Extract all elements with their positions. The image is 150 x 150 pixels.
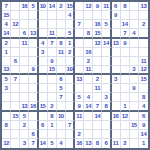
cell-r15c5[interactable] [39, 130, 48, 139]
cell-r16c2[interactable] [11, 139, 20, 148]
cell-r1c1[interactable]: 7 [2, 2, 11, 11]
cell-r3c1[interactable]: 4 [2, 20, 11, 29]
cell-r4c15[interactable]: 4 [130, 29, 139, 38]
cell-r4c16[interactable] [139, 29, 148, 38]
cell-r10c9[interactable] [75, 84, 84, 93]
cell-r14c3[interactable]: 2 [20, 121, 29, 130]
cell-r13c4[interactable] [29, 112, 38, 121]
cell-r11c10[interactable]: 4 [84, 93, 93, 102]
cell-r6c9[interactable] [75, 48, 84, 57]
cell-r3c7[interactable] [57, 20, 66, 29]
cell-r16c7[interactable]: 4 [57, 139, 66, 148]
cell-r13c5[interactable] [39, 112, 48, 121]
cell-r11c9[interactable]: 5 [75, 93, 84, 102]
cell-r5c5[interactable]: 4 [39, 39, 48, 48]
cell-r16c16[interactable]: 1 [139, 139, 148, 148]
cell-r1c12[interactable]: 11 [102, 2, 111, 11]
cell-r5c14[interactable]: 9 [121, 39, 130, 48]
cell-r14c7[interactable] [57, 121, 66, 130]
cell-r12c6[interactable]: 2 [48, 102, 57, 111]
cell-r8c6[interactable]: 15 [48, 66, 57, 75]
cell-r9c6[interactable] [48, 75, 57, 84]
cell-r1c5[interactable]: 10 [39, 2, 48, 11]
cell-r2c12[interactable] [102, 11, 111, 20]
cell-r15c15[interactable] [130, 130, 139, 139]
cell-r16c15[interactable] [130, 139, 139, 148]
cell-r16c3[interactable]: 3 [20, 139, 29, 148]
cell-r4c9[interactable] [75, 29, 84, 38]
cell-r10c16[interactable] [139, 84, 148, 93]
cell-r10c13[interactable] [112, 84, 121, 93]
cell-r7c2[interactable]: 6 [11, 57, 20, 66]
cell-r12c7[interactable] [57, 102, 66, 111]
cell-r2c14[interactable] [121, 11, 130, 20]
cell-r3c16[interactable]: 2 [139, 20, 148, 29]
cell-r3c5[interactable] [39, 20, 48, 29]
cell-r10c8[interactable] [66, 84, 75, 93]
cell-r7c4[interactable] [29, 57, 38, 66]
cell-r5c1[interactable]: 2 [2, 39, 11, 48]
cell-r6c12[interactable] [102, 48, 111, 57]
cell-r11c13[interactable] [112, 93, 121, 102]
cell-r3c2[interactable]: 12 [11, 20, 20, 29]
cell-r5c12[interactable]: 14 [102, 39, 111, 48]
cell-r15c9[interactable]: 2 [75, 130, 84, 139]
cell-r4c7[interactable] [57, 29, 66, 38]
cell-r1c14[interactable]: 8 [121, 2, 130, 11]
cell-r15c12[interactable] [102, 130, 111, 139]
cell-r2c6[interactable] [48, 11, 57, 20]
cell-r4c13[interactable] [112, 29, 121, 38]
cell-r1c4[interactable]: 5 [29, 2, 38, 11]
cell-r7c14[interactable] [121, 57, 130, 66]
cell-r16c10[interactable]: 13 [84, 139, 93, 148]
cell-r4c1[interactable]: 14 [2, 29, 11, 38]
cell-r10c11[interactable]: 11 [93, 84, 102, 93]
cell-r12c8[interactable] [66, 102, 75, 111]
cell-r9c9[interactable]: 13 [75, 75, 84, 84]
cell-r12c13[interactable] [112, 102, 121, 111]
cell-r1c2[interactable] [11, 2, 20, 11]
cell-r8c2[interactable] [11, 66, 20, 75]
cell-r4c4[interactable]: 13 [29, 29, 38, 38]
cell-r16c1[interactable]: 12 [2, 139, 11, 148]
cell-r16c4[interactable]: 7 [29, 139, 38, 148]
cell-r11c15[interactable] [130, 93, 139, 102]
cell-r1c3[interactable]: 16 [20, 2, 29, 11]
cell-r9c8[interactable] [66, 75, 75, 84]
cell-r11c14[interactable] [121, 93, 130, 102]
cell-r14c15[interactable]: 15 [130, 121, 139, 130]
cell-r15c2[interactable] [11, 130, 20, 139]
cell-r11c2[interactable] [11, 93, 20, 102]
cell-r4c10[interactable]: 8 [84, 29, 93, 38]
cell-r11c5[interactable] [39, 93, 48, 102]
cell-r2c15[interactable] [130, 11, 139, 20]
cell-r9c10[interactable] [84, 75, 93, 84]
cell-r4c8[interactable]: 5 [66, 29, 75, 38]
cell-r4c5[interactable] [39, 29, 48, 38]
cell-r8c12[interactable] [102, 66, 111, 75]
cell-r2c11[interactable] [93, 11, 102, 20]
cell-r14c10[interactable] [84, 121, 93, 130]
cell-r3c14[interactable]: 14 [121, 20, 130, 29]
cell-r15c7[interactable] [57, 130, 66, 139]
cell-r7c15[interactable] [130, 57, 139, 66]
cell-r13c14[interactable]: 12 [121, 112, 130, 121]
cell-r9c1[interactable]: 5 [2, 75, 11, 84]
cell-r14c1[interactable]: 8 [2, 121, 11, 130]
cell-r2c2[interactable] [11, 11, 20, 20]
cell-r13c6[interactable]: 8 [48, 112, 57, 121]
cell-r3c15[interactable] [130, 20, 139, 29]
cell-r16c11[interactable]: 8 [93, 139, 102, 148]
cell-r16c5[interactable]: 14 [39, 139, 48, 148]
cell-r6c11[interactable] [93, 48, 102, 57]
cell-r6c16[interactable] [139, 48, 148, 57]
cell-r12c15[interactable] [130, 102, 139, 111]
cell-r13c15[interactable] [130, 112, 139, 121]
cell-r3c11[interactable]: 16 [93, 20, 102, 29]
cell-r12c16[interactable]: 4 [139, 102, 148, 111]
cell-r12c5[interactable]: 15 [39, 102, 48, 111]
cell-r2c1[interactable]: 15 [2, 11, 11, 20]
cell-r12c1[interactable] [2, 102, 11, 111]
cell-r11c3[interactable] [20, 93, 29, 102]
cell-r12c4[interactable]: 16 [29, 102, 38, 111]
cell-r12c10[interactable]: 14 [84, 102, 93, 111]
cell-r2c3[interactable] [20, 11, 29, 20]
cell-r16c8[interactable] [66, 139, 75, 148]
cell-r2c16[interactable] [139, 11, 148, 20]
cell-r5c6[interactable]: 7 [48, 39, 57, 48]
cell-r1c11[interactable]: 9 [93, 2, 102, 11]
cell-r5c16[interactable] [139, 39, 148, 48]
cell-r13c7[interactable]: 10 [57, 112, 66, 121]
cell-r12c11[interactable]: 7 [93, 102, 102, 111]
cell-r7c8[interactable] [66, 57, 75, 66]
cell-r9c14[interactable] [121, 75, 130, 84]
cell-r14c16[interactable]: 9 [139, 121, 148, 130]
cell-r2c9[interactable] [75, 11, 84, 20]
cell-r11c4[interactable] [29, 93, 38, 102]
cell-r6c14[interactable] [121, 48, 130, 57]
cell-r5c8[interactable]: 1 [66, 39, 75, 48]
cell-r11c1[interactable] [2, 93, 11, 102]
cell-r14c11[interactable] [93, 121, 102, 130]
cell-r16c13[interactable]: 11 [112, 139, 121, 148]
cell-r7c7[interactable] [57, 57, 66, 66]
cell-r6c2[interactable] [11, 48, 20, 57]
cell-r2c7[interactable] [57, 11, 66, 20]
cell-r8c11[interactable] [93, 66, 102, 75]
cell-r13c16[interactable]: 6 [139, 112, 148, 121]
cell-r13c13[interactable]: 16 [112, 112, 121, 121]
cell-r8c9[interactable] [75, 66, 84, 75]
cell-r1c10[interactable]: 12 [84, 2, 93, 11]
cell-r8c4[interactable]: 9 [29, 66, 38, 75]
cell-r8c16[interactable]: 12 [139, 66, 148, 75]
cell-r15c3[interactable] [20, 130, 29, 139]
cell-r9c15[interactable] [130, 75, 139, 84]
cell-r6c6[interactable] [48, 48, 57, 57]
cell-r14c9[interactable] [75, 121, 84, 130]
cell-r5c11[interactable]: 12 [93, 39, 102, 48]
cell-r7c12[interactable] [102, 57, 111, 66]
cell-r8c13[interactable] [112, 66, 121, 75]
cell-r11c7[interactable]: 7 [57, 93, 66, 102]
cell-r5c15[interactable] [130, 39, 139, 48]
cell-r3c13[interactable] [112, 20, 121, 29]
cell-r9c5[interactable] [39, 75, 48, 84]
cell-r13c1[interactable] [2, 112, 11, 121]
cell-r4c3[interactable]: 6 [20, 29, 29, 38]
cell-r14c12[interactable] [102, 121, 111, 130]
cell-r7c11[interactable] [93, 57, 102, 66]
cell-r10c14[interactable] [121, 84, 130, 93]
cell-r6c10[interactable]: 16 [84, 48, 93, 57]
cell-r1c7[interactable]: 2 [57, 2, 66, 11]
cell-r6c8[interactable]: 2 [66, 48, 75, 57]
cell-r9c3[interactable] [20, 75, 29, 84]
cell-r14c6[interactable]: 1 [48, 121, 57, 130]
cell-r5c4[interactable] [29, 39, 38, 48]
cell-r10c15[interactable]: 9 [130, 84, 139, 93]
cell-r3c4[interactable] [29, 20, 38, 29]
cell-r4c14[interactable]: 7 [121, 29, 130, 38]
cell-r3c10[interactable] [84, 20, 93, 29]
cell-r15c14[interactable] [121, 130, 130, 139]
cell-r7c16[interactable]: 11 [139, 57, 148, 66]
cell-r10c6[interactable] [48, 84, 57, 93]
cell-r7c1[interactable] [2, 57, 11, 66]
cell-r12c9[interactable]: 9 [75, 102, 84, 111]
cell-r8c1[interactable]: 13 [2, 66, 11, 75]
cell-r13c12[interactable] [102, 112, 111, 121]
cell-r8c3[interactable] [20, 66, 29, 75]
cell-r1c16[interactable]: 13 [139, 2, 148, 11]
cell-r14c4[interactable] [29, 121, 38, 130]
cell-r10c10[interactable] [84, 84, 93, 93]
cell-r1c9[interactable] [75, 2, 84, 11]
cell-r5c7[interactable]: 8 [57, 39, 66, 48]
cell-r15c11[interactable] [93, 130, 102, 139]
cell-r16c12[interactable]: 6 [102, 139, 111, 148]
cell-r11c16[interactable]: 8 [139, 93, 148, 102]
cell-r14c13[interactable] [112, 121, 121, 130]
cell-r9c13[interactable]: 3 [112, 75, 121, 84]
cell-r8c14[interactable] [121, 66, 130, 75]
cell-r7c6[interactable]: 9 [48, 57, 57, 66]
cell-r10c1[interactable]: 3 [2, 84, 11, 93]
cell-r5c10[interactable] [84, 39, 93, 48]
cell-r7c5[interactable] [39, 57, 48, 66]
cell-r16c6[interactable]: 5 [48, 139, 57, 148]
cell-r13c9[interactable]: 11 [75, 112, 84, 121]
cell-r15c16[interactable]: 14 [139, 130, 148, 139]
cell-r7c13[interactable] [112, 57, 121, 66]
cell-r11c8[interactable] [66, 93, 75, 102]
cell-r14c14[interactable] [121, 121, 130, 130]
cell-r12c14[interactable]: 1 [121, 102, 130, 111]
cell-r15c10[interactable] [84, 130, 93, 139]
cell-r10c7[interactable]: 5 [57, 84, 66, 93]
cell-r9c12[interactable] [102, 75, 111, 84]
cell-r6c5[interactable]: 3 [39, 48, 48, 57]
cell-r8c5[interactable] [39, 66, 48, 75]
cell-r3c12[interactable]: 5 [102, 20, 111, 29]
cell-r10c12[interactable] [102, 84, 111, 93]
cell-r16c14[interactable]: 2 [121, 139, 130, 148]
cell-r9c4[interactable] [29, 75, 38, 84]
cell-r4c2[interactable] [11, 29, 20, 38]
cell-r7c10[interactable]: 2 [84, 57, 93, 66]
cell-r15c13[interactable] [112, 130, 121, 139]
cell-r5c2[interactable] [11, 39, 20, 48]
cell-r8c8[interactable]: 10 [66, 66, 75, 75]
cell-r8c15[interactable]: 3 [130, 66, 139, 75]
cell-r13c2[interactable]: 15 [11, 112, 20, 121]
cell-r9c11[interactable]: 2 [93, 75, 102, 84]
cell-r2c5[interactable] [39, 11, 48, 20]
cell-r9c7[interactable]: 6 [57, 75, 66, 84]
cell-r4c12[interactable] [102, 29, 111, 38]
cell-r11c12[interactable]: 3 [102, 93, 111, 102]
cell-r13c11[interactable]: 14 [93, 112, 102, 121]
cell-r3c8[interactable] [66, 20, 75, 29]
cell-r12c2[interactable] [11, 102, 20, 111]
cell-r12c3[interactable]: 13 [20, 102, 29, 111]
cell-r14c5[interactable]: 6 [39, 121, 48, 130]
sudoku-board: 7165101421512911681315494127165142146131… [0, 0, 150, 150]
cell-r15c4[interactable]: 6 [29, 130, 38, 139]
cell-r2c10[interactable] [84, 11, 93, 20]
cell-r6c7[interactable]: 11 [57, 48, 66, 57]
cell-r9c16[interactable]: 15 [139, 75, 148, 84]
cell-r14c2[interactable] [11, 121, 20, 130]
cell-r5c3[interactable]: 11 [20, 39, 29, 48]
cell-r11c11[interactable] [93, 93, 102, 102]
cell-r6c13[interactable] [112, 48, 121, 57]
cell-r1c13[interactable]: 6 [112, 2, 121, 11]
cell-r7c3[interactable] [20, 57, 29, 66]
cell-r4c11[interactable]: 15 [93, 29, 102, 38]
cell-r2c8[interactable]: 4 [66, 11, 75, 20]
cell-r1c15[interactable] [130, 2, 139, 11]
cell-r10c5[interactable] [39, 84, 48, 93]
cell-r1c8[interactable]: 15 [66, 2, 75, 11]
cell-r2c4[interactable] [29, 11, 38, 20]
cell-r2c13[interactable]: 9 [112, 11, 121, 20]
cell-r1c6[interactable]: 14 [48, 2, 57, 11]
cell-r11c6[interactable] [48, 93, 57, 102]
cell-r12c12[interactable]: 8 [102, 102, 111, 111]
cell-r15c1[interactable] [2, 130, 11, 139]
cell-r4c6[interactable]: 11 [48, 29, 57, 38]
cell-r13c3[interactable]: 5 [20, 112, 29, 121]
cell-r10c4[interactable] [29, 84, 38, 93]
cell-r7c9[interactable] [75, 57, 84, 66]
cell-r16c9[interactable]: 16 [75, 139, 84, 148]
cell-r13c8[interactable] [66, 112, 75, 121]
cell-r6c4[interactable] [29, 48, 38, 57]
cell-r9c2[interactable]: 7 [11, 75, 20, 84]
cell-r10c3[interactable] [20, 84, 29, 93]
cell-r8c7[interactable] [57, 66, 66, 75]
cell-r6c3[interactable] [20, 48, 29, 57]
cell-r10c2[interactable] [11, 84, 20, 93]
cell-r8c10[interactable]: 11 [84, 66, 93, 75]
cell-r6c1[interactable]: 1 [2, 48, 11, 57]
cell-r15c8[interactable] [66, 130, 75, 139]
cell-r3c3[interactable] [20, 20, 29, 29]
cell-r5c9[interactable] [75, 39, 84, 48]
cell-r14c8[interactable]: 7 [66, 121, 75, 130]
cell-r6c15[interactable] [130, 48, 139, 57]
cell-r15c6[interactable] [48, 130, 57, 139]
cell-r5c13[interactable]: 13 [112, 39, 121, 48]
cell-r3c6[interactable] [48, 20, 57, 29]
cell-r3c9[interactable]: 7 [75, 20, 84, 29]
cell-r13c10[interactable] [84, 112, 93, 121]
